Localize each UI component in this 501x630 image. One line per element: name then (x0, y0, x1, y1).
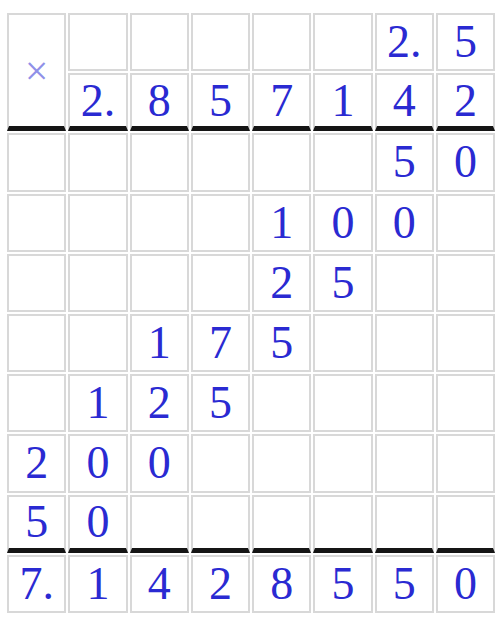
cell-r1c6 (313, 13, 372, 71)
cell-r3c6 (313, 133, 372, 191)
cell-r6c8 (436, 314, 495, 372)
cell-r6c2 (68, 314, 127, 372)
cell-r6c4: 7 (191, 314, 250, 372)
cell-r8c2: 0 (68, 434, 127, 492)
cell-r9c2: 0 (68, 495, 127, 553)
cell-r7c8 (436, 374, 495, 432)
cell-r9c4 (191, 495, 250, 553)
cell-r3c1 (7, 133, 66, 191)
cell-r1c4 (191, 13, 250, 71)
cell-r5c2 (68, 254, 127, 312)
cell-r4c1 (7, 194, 66, 252)
cell-r6c3: 1 (130, 314, 189, 372)
long-multiplication-grid: ×2.52.8571425010025175125200507.1428550 (7, 13, 495, 613)
cell-r3c8: 0 (436, 133, 495, 191)
cell-r2c5: 7 (252, 73, 311, 131)
cell-r5c5: 2 (252, 254, 311, 312)
cell-r9c6 (313, 495, 372, 553)
cell-r8c3: 0 (130, 434, 189, 492)
cell-r7c4: 5 (191, 374, 250, 432)
cell-r1c5 (252, 13, 311, 71)
cell-r10c3: 4 (130, 555, 189, 613)
cell-r1c2 (68, 13, 127, 71)
cell-r8c7 (375, 434, 434, 492)
cell-r2c7: 4 (375, 73, 434, 131)
cell-r9c3 (130, 495, 189, 553)
cell-r7c5 (252, 374, 311, 432)
cell-r4c7: 0 (375, 194, 434, 252)
cell-r6c6 (313, 314, 372, 372)
cell-r6c5: 5 (252, 314, 311, 372)
cell-r9c1: 5 (7, 495, 66, 553)
cell-r5c3 (130, 254, 189, 312)
cell-r6c1 (7, 314, 66, 372)
cell-r8c4 (191, 434, 250, 492)
cell-r4c5: 1 (252, 194, 311, 252)
cell-r10c6: 5 (313, 555, 372, 613)
cell-r5c8 (436, 254, 495, 312)
cell-r4c2 (68, 194, 127, 252)
cell-r5c6: 5 (313, 254, 372, 312)
cell-r4c8 (436, 194, 495, 252)
multiplication-sign: × (7, 13, 66, 131)
cell-r1c3 (130, 13, 189, 71)
cell-r4c6: 0 (313, 194, 372, 252)
cell-r3c7: 5 (375, 133, 434, 191)
cell-r9c5 (252, 495, 311, 553)
cell-r7c2: 1 (68, 374, 127, 432)
cell-r1c8: 5 (436, 13, 495, 71)
cell-r3c5 (252, 133, 311, 191)
cell-r8c5 (252, 434, 311, 492)
cell-r10c2: 1 (68, 555, 127, 613)
cell-r2c4: 5 (191, 73, 250, 131)
cell-r2c6: 1 (313, 73, 372, 131)
cell-r10c5: 8 (252, 555, 311, 613)
cell-r3c3 (130, 133, 189, 191)
cell-r1c7: 2. (375, 13, 434, 71)
cell-r10c8: 0 (436, 555, 495, 613)
cell-r9c7 (375, 495, 434, 553)
cell-r7c3: 2 (130, 374, 189, 432)
cell-r7c7 (375, 374, 434, 432)
cell-r2c3: 8 (130, 73, 189, 131)
cell-r2c8: 2 (436, 73, 495, 131)
cell-r7c6 (313, 374, 372, 432)
cell-r6c7 (375, 314, 434, 372)
cell-r5c7 (375, 254, 434, 312)
cell-r8c1: 2 (7, 434, 66, 492)
cell-r3c2 (68, 133, 127, 191)
cell-r5c4 (191, 254, 250, 312)
cell-r8c8 (436, 434, 495, 492)
cell-r2c2: 2. (68, 73, 127, 131)
cell-r10c1: 7. (7, 555, 66, 613)
cell-r4c3 (130, 194, 189, 252)
cell-r7c1 (7, 374, 66, 432)
cell-r5c1 (7, 254, 66, 312)
cell-r10c4: 2 (191, 555, 250, 613)
cell-r9c8 (436, 495, 495, 553)
cell-r10c7: 5 (375, 555, 434, 613)
cell-r4c4 (191, 194, 250, 252)
cell-r8c6 (313, 434, 372, 492)
cell-r3c4 (191, 133, 250, 191)
